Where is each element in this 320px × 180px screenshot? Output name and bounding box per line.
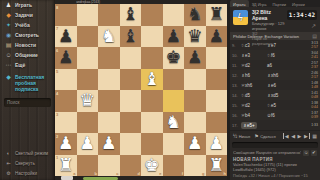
share-icon[interactable]: ↗ [311,23,316,29]
move-number: 12. [232,73,241,78]
white-move[interactable]: ♕d2 [241,103,267,108]
lightning-bolt-icon: ϟ [233,10,248,25]
square-b1[interactable]: b [77,155,99,177]
move-clocks: 1:370:39 [293,111,318,119]
square-h8[interactable]: ♜ [206,4,228,26]
draw-label: Ничья [239,134,250,139]
white-knight-c7[interactable]: ♞ [98,26,120,48]
square-f1[interactable]: f [163,155,185,177]
tournament-title: 3|2 Blitz Арена [252,9,286,21]
rank-label: 3 [56,112,58,117]
square-g8[interactable]: ♞ [184,4,206,26]
learn-icon: ✦ [5,22,12,28]
sidebar-item-watch[interactable]: ◉ Смотреть [0,30,55,40]
black-queen-g7[interactable]: ♛ [184,26,206,48]
square-a3[interactable]: 3 [55,112,77,134]
sidebar-item-play[interactable]: ♟ Играть [0,0,55,10]
new-game-stats: Победа +32 / Ничья +4 / Поражение −15 [233,173,317,178]
collapse-label: Свернуть [15,161,35,166]
emote-check-icon[interactable]: ✔ [311,150,317,156]
black-move[interactable]: ♘f6 [267,53,293,58]
move-list: 9. ♘c3 ♗e7 3:132:57 10. ♗e3 ♘f6 3:042:41… [230,40,320,130]
square-e2[interactable] [141,133,163,155]
white-move[interactable]: ♕d2 [241,63,267,68]
tab-3d-game[interactable]: 3Д Игра [249,0,270,7]
square-d2[interactable] [120,133,142,155]
square-f5[interactable] [163,69,185,91]
sidebar-item-social[interactable]: ☺ Общение [0,50,55,60]
white-rook-h1[interactable]: ♜ [206,155,228,177]
free-trial-link[interactable]: ◆ Бесплатная пробная подписка [0,70,55,94]
black-pawn-f7[interactable]: ♟ [163,26,185,48]
square-h4[interactable] [206,90,228,112]
move-clocks: 1:481:48 [293,81,318,89]
puzzle-icon: ◆ [5,12,12,18]
move-row[interactable]: 13. ♕xh6 ♗e6 1:481:48 [230,80,320,90]
book-icon[interactable]: ▤ [312,33,317,39]
sidebar-item-more[interactable]: ⋯ Ещё [0,60,55,70]
sidebar-item-label: Учёба [15,22,30,28]
white-bishop-e5[interactable]: ♝ [141,69,163,91]
game-controls: ½ Ничья ⚑ Сдаться ◀ ◀ ▶ ▶ ▦ [230,130,320,141]
square-g3[interactable] [184,112,206,134]
square-h5[interactable] [206,69,228,91]
square-e8[interactable] [141,4,163,26]
square-c2[interactable]: ♟ [98,133,120,155]
board-menu-icon[interactable]: ▦ [312,133,317,139]
black-move[interactable]: ♘e5 [267,103,293,108]
free-trial-label: Бесплатная пробная подписка [15,74,51,92]
black-bishop-d7[interactable]: ♝ [120,26,142,48]
white-rook-a1[interactable]: ♜ [55,155,77,177]
square-d3[interactable] [120,112,142,134]
pawn-icon: ♟ [5,2,12,8]
square-f6[interactable]: ♚ [163,47,185,69]
black-pawn-g6[interactable]: ♟ [184,47,206,69]
file-label: c [116,171,118,176]
move-row[interactable]: 16. ♕b4 ♔f6 1:370:39 [230,110,320,120]
square-f8[interactable] [163,4,185,26]
square-h1[interactable]: h♜ [206,155,228,177]
sidebar-item-learn[interactable]: ✦ Учёба [0,20,55,30]
current-move[interactable]: ♗e5+ [241,122,257,129]
square-g5[interactable] [184,69,206,91]
collapse-icon: ⇤ [5,160,12,166]
black-move[interactable]: ♔f6 [267,113,293,118]
black-move[interactable]: ♗e6 [267,83,293,88]
green-time-bar [83,177,118,180]
square-c5[interactable] [98,69,120,91]
move-row[interactable]: 12. ♗h6 ♗xh6 2:462:17 [230,70,320,80]
resign-label: Сдаться [260,134,275,139]
square-b7[interactable] [77,26,99,48]
diamond-icon: ◆ [5,74,12,80]
light-mode-toggle[interactable]: ◐ Светлый режим [0,148,55,158]
square-b4[interactable]: ♛ [77,90,99,112]
settings-label: Настройки [15,171,37,176]
square-d1[interactable]: d [120,155,142,177]
tournament-meta: 3|2 Blitz Арена Блицтурнир · 129 игроков… [252,9,286,46]
tournament-note: Пари не разрешено [252,36,286,46]
square-c7[interactable]: ♞ [98,26,120,48]
tournament-card[interactable]: ϟ 3|2 Blitz Арена Блицтурнир · 129 игрок… [230,7,320,32]
black-rook-h8[interactable]: ♜ [206,4,228,26]
black-pawn-a7[interactable]: ♟ [55,26,77,48]
move-number: 17. [232,123,241,128]
square-b6[interactable] [77,47,99,69]
half-point-icon: ½ [233,133,237,139]
white-move[interactable]: ♕b4 [241,113,267,118]
file-label: d [138,171,140,176]
square-c1[interactable]: c [98,155,120,177]
rank-label: 4 [56,91,58,96]
tournament-subtitle: Блицтурнир · 129 игроков [252,21,286,31]
move-clocks: 2:572:37 [293,61,318,69]
square-b5[interactable] [77,69,99,91]
move-number: 10. [232,53,241,58]
white-pawn-b2[interactable]: ♟ [77,133,99,155]
search-input[interactable]: Поиск [4,98,51,107]
file-label: b [95,171,97,176]
file-label: f [182,171,183,176]
move-row[interactable]: 10. ♗e3 ♘f6 3:042:41 [230,50,320,60]
square-b8[interactable] [77,4,99,26]
chat-message-row: Сообщение Rasputin не отправлено? ☺ ✔ [230,149,320,156]
square-d5[interactable] [120,69,142,91]
light-mode-label: Светлый режим [15,151,48,156]
white-move[interactable]: ♕xh6 [241,83,267,88]
rank-label: 8 [56,5,58,10]
move-clocks: 1:33 [283,123,318,127]
square-g4[interactable] [184,90,206,112]
tab-games[interactable]: Партии [269,0,289,7]
flag-icon: ⚑ [254,133,258,139]
white-knight-f3[interactable]: ♞ [163,112,185,134]
square-f3[interactable]: ♞ [163,112,185,134]
sidebar-item-puzzles[interactable]: ◆ Задачи [0,10,55,20]
square-e3[interactable] [141,112,163,134]
square-g7[interactable]: ♛ [184,26,206,48]
square-h7[interactable]: ♟ [206,26,228,48]
black-king-f6[interactable]: ♚ [163,47,185,69]
avatar [61,176,73,180]
white-pawn-h2[interactable]: ♟ [206,133,228,155]
resign-button[interactable]: ⚑ Сдаться [254,133,275,139]
arena-avatar: ϟ [233,10,248,25]
square-d7[interactable]: ♝ [120,26,142,48]
black-move[interactable]: a6 [267,63,293,68]
move-number: 15. [232,103,241,108]
square-c3[interactable] [98,112,120,134]
square-a4[interactable]: 4 [55,90,77,112]
move-row[interactable]: 14. ♘d5 ♗xd5 1:410:48 [230,90,320,100]
square-d8[interactable]: ♝ [120,4,142,26]
move-row[interactable]: 11. ♕d2 a6 2:572:37 [230,60,320,70]
social-icon: ☺ [5,52,12,58]
move-number: 14. [232,93,241,98]
square-c4[interactable] [98,90,120,112]
square-d6[interactable] [120,47,142,69]
square-e5[interactable]: ♝ [141,69,163,91]
white-pawn-c2[interactable]: ♟ [98,133,120,155]
square-a1[interactable]: 1a♜ [55,155,77,177]
news-icon: ▤ [5,42,12,48]
move-clocks: 1:380:44 [293,101,318,109]
nav-last-icon[interactable]: ▶ [304,133,310,139]
square-c8[interactable] [98,4,120,26]
sidebar-bottom: ◐ Светлый режим ⇤ Свернуть ⚙ Настройки [0,148,55,178]
black-move[interactable]: ♗xh6 [267,73,293,78]
new-game-section: НОВАЯ ПАРТИЯ ValeriTkachenko (1775) (11)… [230,156,320,178]
move-number: 9. [232,43,241,48]
square-f7[interactable]: ♟ [163,26,185,48]
black-pawn-a6[interactable]: ♟ [55,47,77,69]
move-clocks: 2:462:17 [293,71,318,79]
square-g2[interactable]: ♟ [184,133,206,155]
white-king-e1[interactable]: ♚ [141,155,163,177]
move-number: 13. [232,83,241,88]
black-bishop-d8[interactable]: ♝ [120,4,142,26]
search-placeholder: Поиск [7,100,19,105]
chat-input[interactable] [232,142,318,148]
square-a5[interactable]: 5 [55,69,77,91]
tab-players[interactable]: Игроки [289,0,308,7]
tournament-clock: 1:34:42 [287,10,317,20]
white-move[interactable]: ♗h6 [241,73,267,78]
sidebar: ♟ Играть ◆ Задачи ✦ Учёба ◉ Смотреть ▤ Н… [0,0,55,180]
square-e4[interactable] [141,90,163,112]
move-number: 11. [232,63,241,68]
square-h2[interactable]: ♟ [206,133,228,155]
square-a2[interactable]: 2♟ [55,133,77,155]
square-b2[interactable]: ♟ [77,133,99,155]
nav-forward-icon[interactable]: ▶ [298,133,302,139]
rank-label: 5 [56,69,58,74]
move-row-current[interactable]: 17. ♗e5+ 1:33 [230,120,320,130]
white-move[interactable]: ♗e3 [241,53,267,58]
square-e1[interactable]: e♚ [141,155,163,177]
collapse-button[interactable]: ⇤ Свернуть [0,158,55,168]
draw-button[interactable]: ½ Ничья [233,133,250,139]
emote-smile-icon[interactable]: ☺ [303,150,309,156]
white-pawn-a2[interactable]: ♟ [55,133,77,155]
square-e6[interactable] [141,47,163,69]
chess-board[interactable]: 8♝♞♜7♟♞♝♟♛♟6♟♚♟5♝4♛3♞2♟♟♟♟♟1a♜bcde♚fgh♜ [55,4,227,176]
watch-icon: ◉ [5,32,12,38]
sidebar-item-news[interactable]: ▤ Новости [0,40,55,50]
new-game-pairing[interactable]: ValeriTkachenko (1775) (11) против LowBu… [233,163,317,172]
sidebar-item-label: Новости [15,42,36,48]
chat-message: Сообщение Rasputin не отправлено? [233,150,301,155]
square-e7[interactable] [141,26,163,48]
move-navigation: ◀ ◀ ▶ ▶ ▦ [283,133,317,139]
white-queen-b4[interactable]: ♛ [77,90,99,112]
sidebar-item-label: Задачи [15,12,33,18]
light-mode-icon: ◐ [5,150,12,156]
gear-icon: ⚙ [5,170,12,176]
black-move[interactable]: ♗xd5 [267,93,293,98]
square-g6[interactable]: ♟ [184,47,206,69]
square-h3[interactable] [206,112,228,134]
square-g1[interactable]: g [184,155,206,177]
move-clocks: 3:132:57 [293,41,318,49]
square-b3[interactable] [77,112,99,134]
more-dots-icon: ⋯ [5,62,12,68]
square-c6[interactable] [98,47,120,69]
sidebar-item-label: Играть [15,2,32,8]
square-f2[interactable] [163,133,185,155]
white-pawn-g2[interactable]: ♟ [184,133,206,155]
panel-tabs: Играть 3Д Игра Партии Игроки [230,0,320,7]
nav-first-icon[interactable]: ◀ [283,133,289,139]
square-a7[interactable]: 7♟ [55,26,77,48]
white-move[interactable]: ♘d5 [241,93,267,98]
nav-back-icon[interactable]: ◀ [291,133,295,139]
tab-play[interactable]: Играть [230,0,249,7]
bottom-player-bar [55,176,227,180]
square-a8[interactable]: 8 [55,4,77,26]
square-f4[interactable] [163,90,185,112]
square-a6[interactable]: 6♟ [55,47,77,69]
black-pawn-h7[interactable]: ♟ [206,26,228,48]
sidebar-item-label: Ещё [15,62,25,68]
sidebar-item-label: Смотреть [15,32,39,38]
sidebar-item-label: Общение [15,52,38,58]
right-panel: Играть 3Д Игра Партии Игроки ϟ 3|2 Blitz… [230,0,320,180]
square-h6[interactable] [206,47,228,69]
move-clocks: 3:042:41 [293,51,318,59]
move-clocks: 1:410:48 [293,91,318,99]
file-label: g [202,171,204,176]
black-knight-g8[interactable]: ♞ [184,4,206,26]
settings-button[interactable]: ⚙ Настройки [0,168,55,178]
move-number: 16. [232,113,241,118]
move-row[interactable]: 15. ♕d2 ♘e5 1:380:44 [230,100,320,110]
square-d4[interactable] [120,90,142,112]
